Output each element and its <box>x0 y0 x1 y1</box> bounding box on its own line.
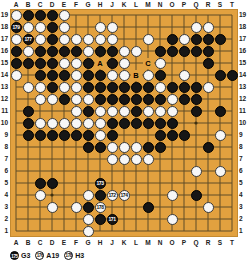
coordinate-label: 6 <box>0 165 9 177</box>
black-stone <box>155 46 166 57</box>
white-stone <box>71 82 82 93</box>
move-number-label: 173 <box>96 179 105 188</box>
coordinate-label: N <box>154 1 166 9</box>
coordinate-label: F <box>70 239 82 247</box>
black-stone <box>83 70 94 81</box>
black-stone <box>47 22 58 33</box>
black-stone <box>35 178 46 189</box>
move-badge-white-icon: 178 <box>64 251 73 260</box>
black-stone <box>107 58 118 69</box>
black-stone <box>11 58 22 69</box>
black-stone <box>131 94 142 105</box>
coordinate-label: 11 <box>238 105 247 117</box>
white-stone <box>83 226 94 237</box>
coordinate-label: 13 <box>0 81 9 93</box>
black-stone <box>83 142 94 153</box>
white-stone <box>35 34 46 45</box>
coordinate-label: O <box>166 1 178 9</box>
black-stone <box>95 190 106 201</box>
coordinate-label: M <box>142 1 154 9</box>
white-stone <box>143 154 154 165</box>
coordinate-label: 14 <box>238 69 247 81</box>
coordinate-label: 8 <box>238 141 247 153</box>
coordinate-label: 17 <box>0 33 9 45</box>
black-stone <box>35 46 46 57</box>
white-stone <box>155 106 166 117</box>
move-number-label: 174 <box>120 191 129 200</box>
black-stone <box>191 34 202 45</box>
black-stone <box>59 94 70 105</box>
white-stone <box>83 214 94 225</box>
white-stone <box>35 94 46 105</box>
white-stone <box>23 46 34 57</box>
black-stone <box>179 46 190 57</box>
black-stone <box>47 58 58 69</box>
coordinate-label: M <box>142 239 154 247</box>
white-stone <box>59 82 70 93</box>
black-stone <box>95 70 106 81</box>
black-stone <box>227 70 238 81</box>
black-stone: 173 <box>95 178 106 189</box>
coordinate-label: K <box>118 239 130 247</box>
coordinate-label: 2 <box>0 213 9 225</box>
white-stone <box>83 118 94 129</box>
white-stone <box>107 142 118 153</box>
black-stone <box>47 34 58 45</box>
coordinate-label: L <box>130 239 142 247</box>
black-stone <box>23 58 34 69</box>
black-stone <box>203 46 214 57</box>
point-letter-label: B <box>131 70 142 81</box>
black-stone <box>23 118 34 129</box>
white-stone <box>215 130 226 141</box>
white-stone <box>95 106 106 117</box>
white-stone <box>203 202 214 213</box>
coordinate-label: 6 <box>238 165 247 177</box>
black-stone: 171 <box>107 214 118 225</box>
black-stone <box>59 130 70 141</box>
coordinate-label: 9 <box>238 129 247 141</box>
coordinate-label: 12 <box>0 93 9 105</box>
coordinate-label: J <box>106 1 118 9</box>
white-stone <box>11 10 22 21</box>
coordinate-label: L <box>130 1 142 9</box>
white-stone <box>71 106 82 117</box>
coordinate-label: A <box>10 1 22 9</box>
hoshi-point <box>194 121 197 124</box>
white-stone <box>59 10 70 21</box>
coordinate-label: 16 <box>0 45 9 57</box>
black-stone <box>179 82 190 93</box>
coordinate-label: 8 <box>0 141 9 153</box>
black-stone <box>155 118 166 129</box>
white-stone <box>131 154 142 165</box>
white-stone <box>95 130 106 141</box>
white-stone <box>23 82 34 93</box>
move-coordinate: H3 <box>75 252 84 259</box>
black-stone <box>155 130 166 141</box>
black-stone <box>47 130 58 141</box>
coordinate-label: 12 <box>238 93 247 105</box>
coordinate-label: 14 <box>0 69 9 81</box>
black-stone <box>95 142 106 153</box>
coordinate-label: P <box>178 1 190 9</box>
black-stone <box>119 118 130 129</box>
white-stone: 174 <box>119 190 130 201</box>
white-stone <box>119 154 130 165</box>
black-stone <box>143 82 154 93</box>
white-stone <box>35 22 46 33</box>
coordinate-label: Q <box>190 239 202 247</box>
coordinate-label: C <box>34 239 46 247</box>
black-stone <box>107 118 118 129</box>
black-stone <box>23 130 34 141</box>
white-stone <box>71 70 82 81</box>
white-stone <box>95 22 106 33</box>
coordinate-label: S <box>214 239 226 247</box>
white-stone <box>83 94 94 105</box>
row-labels-left: 19181716151413121110987654321 <box>0 9 9 237</box>
coordinate-label: D <box>46 1 58 9</box>
white-stone <box>155 58 166 69</box>
coordinate-label: F <box>70 1 82 9</box>
black-stone <box>23 106 34 117</box>
black-stone <box>23 10 34 21</box>
white-stone <box>107 106 118 117</box>
black-stone <box>215 34 226 45</box>
coordinate-label: A <box>10 239 22 247</box>
coordinate-label: 17 <box>238 33 247 45</box>
white-stone <box>47 94 58 105</box>
white-stone <box>95 34 106 45</box>
black-stone <box>191 106 202 117</box>
black-stone <box>47 70 58 81</box>
black-stone <box>131 82 142 93</box>
coordinate-label: P <box>178 239 190 247</box>
coordinate-label: 5 <box>238 177 247 189</box>
white-stone <box>11 70 22 81</box>
column-labels-top: ABCDEFGHJKLMNOPQRST <box>10 1 238 9</box>
white-stone <box>179 34 190 45</box>
coordinate-label: N <box>154 239 166 247</box>
white-stone <box>131 142 142 153</box>
black-stone <box>95 46 106 57</box>
black-stone <box>215 106 226 117</box>
white-stone <box>167 106 178 117</box>
white-stone <box>131 46 142 57</box>
move-number-label: 172 <box>108 191 117 200</box>
white-stone <box>191 166 202 177</box>
black-stone <box>35 70 46 81</box>
white-stone <box>167 94 178 105</box>
black-stone <box>107 94 118 105</box>
coordinate-label: Q <box>190 1 202 9</box>
black-stone <box>107 130 118 141</box>
black-stone <box>191 46 202 57</box>
black-stone <box>191 94 202 105</box>
black-stone <box>107 82 118 93</box>
white-stone <box>11 34 22 45</box>
move-badge-black-icon: 175 <box>10 251 19 260</box>
coordinate-label: H <box>94 239 106 247</box>
white-stone <box>71 34 82 45</box>
white-stone <box>83 190 94 201</box>
coordinate-label: 15 <box>238 57 247 69</box>
black-stone <box>11 46 22 57</box>
white-stone <box>155 82 166 93</box>
coordinate-label: 13 <box>238 81 247 93</box>
coordinate-label: 10 <box>0 117 9 129</box>
black-stone <box>95 214 106 225</box>
white-stone <box>203 22 214 33</box>
black-stone <box>83 58 94 69</box>
black-stone <box>35 58 46 69</box>
white-stone <box>23 22 34 33</box>
black-stone <box>167 34 178 45</box>
white-stone <box>179 70 190 81</box>
black-stone <box>155 94 166 105</box>
black-stone <box>155 142 166 153</box>
white-stone: 178 <box>95 202 106 213</box>
coordinate-label: 3 <box>238 201 247 213</box>
black-stone <box>191 190 202 201</box>
coordinate-label: B <box>22 1 34 9</box>
black-stone <box>167 82 178 93</box>
black-stone <box>47 46 58 57</box>
white-stone <box>83 46 94 57</box>
white-stone <box>203 82 214 93</box>
move-number-label: 178 <box>96 203 105 212</box>
black-stone: 179 <box>11 22 22 33</box>
coordinate-label: 4 <box>0 189 9 201</box>
black-stone <box>179 94 190 105</box>
caption: 175 G3 176 A19 178 H3 <box>10 249 89 262</box>
white-stone <box>35 82 46 93</box>
row-labels-right: 19181716151413121110987654321 <box>238 9 247 237</box>
white-stone <box>35 190 46 201</box>
column-labels-bottom: ABCDEFGHJKLMNOPQRST <box>10 239 238 247</box>
black-stone <box>119 82 130 93</box>
black-stone <box>131 118 142 129</box>
white-stone <box>143 34 154 45</box>
white-stone <box>47 202 58 213</box>
white-stone <box>143 70 154 81</box>
white-stone <box>119 106 130 117</box>
coordinate-label: K <box>118 1 130 9</box>
coordinate-label: 3 <box>0 201 9 213</box>
white-stone <box>143 106 154 117</box>
black-stone <box>203 34 214 45</box>
coordinate-label: R <box>202 1 214 9</box>
black-stone <box>71 46 82 57</box>
move-coordinate: G3 <box>21 252 30 259</box>
coordinate-label: 7 <box>238 153 247 165</box>
black-stone <box>203 58 214 69</box>
black-stone <box>155 70 166 81</box>
coordinate-label: H <box>94 1 106 9</box>
white-stone <box>119 46 130 57</box>
white-stone <box>59 22 70 33</box>
black-stone <box>83 106 94 117</box>
coordinate-label: 18 <box>238 21 247 33</box>
black-stone <box>47 10 58 21</box>
black-stone <box>131 106 142 117</box>
white-stone <box>71 94 82 105</box>
move-number-label: 179 <box>12 23 21 32</box>
coordinate-label: G <box>82 1 94 9</box>
black-stone <box>167 130 178 141</box>
white-stone <box>119 58 130 69</box>
coordinate-label: 1 <box>0 225 9 237</box>
coordinate-label: 7 <box>0 153 9 165</box>
white-stone <box>71 118 82 129</box>
black-stone <box>59 46 70 57</box>
coordinate-label: E <box>58 1 70 9</box>
white-stone <box>107 34 118 45</box>
white-stone <box>59 58 70 69</box>
white-stone <box>167 214 178 225</box>
white-stone <box>191 22 202 33</box>
white-stone <box>107 70 118 81</box>
white-stone <box>71 202 82 213</box>
move-coordinate: A19 <box>46 252 59 259</box>
black-stone <box>119 94 130 105</box>
white-stone: 172 <box>107 190 118 201</box>
point-letter-label: C <box>143 58 154 69</box>
coordinate-label: J <box>106 239 118 247</box>
black-stone <box>143 202 154 213</box>
white-stone <box>47 118 58 129</box>
black-stone: 177 <box>23 34 34 45</box>
coordinate-label: O <box>166 239 178 247</box>
coordinate-label: 1 <box>238 225 247 237</box>
black-stone <box>59 70 70 81</box>
white-stone <box>95 118 106 129</box>
coordinate-label: E <box>58 239 70 247</box>
move-number-label: 171 <box>108 215 117 224</box>
black-stone <box>143 94 154 105</box>
white-stone <box>59 34 70 45</box>
black-stone <box>107 46 118 57</box>
move-number-label: 177 <box>24 35 33 44</box>
black-stone <box>167 118 178 129</box>
black-stone <box>83 202 94 213</box>
black-stone <box>179 130 190 141</box>
coordinate-label: D <box>46 239 58 247</box>
go-diagram: ABCDEFGHJKLMNOPQRST 19181716151413121110… <box>0 0 247 265</box>
coordinate-label: 19 <box>0 9 9 21</box>
coordinate-label: 15 <box>0 57 9 69</box>
black-stone <box>143 118 154 129</box>
white-stone <box>119 142 130 153</box>
white-stone <box>35 118 46 129</box>
black-stone <box>215 70 226 81</box>
black-stone <box>95 94 106 105</box>
black-stone <box>47 178 58 189</box>
coordinate-label: T <box>226 239 238 247</box>
coordinate-label: 18 <box>0 21 9 33</box>
black-stone <box>203 142 214 153</box>
coordinate-label: B <box>22 239 34 247</box>
coordinate-label: 5 <box>0 177 9 189</box>
black-stone <box>167 46 178 57</box>
coordinate-label: R <box>202 239 214 247</box>
coordinate-label: 19 <box>238 9 247 21</box>
white-stone <box>59 118 70 129</box>
white-stone <box>83 34 94 45</box>
coordinate-label: T <box>226 1 238 9</box>
white-stone <box>119 70 130 81</box>
black-stone <box>83 82 94 93</box>
move-badge-white-icon: 176 <box>35 251 44 260</box>
white-stone <box>167 190 178 201</box>
coordinate-label: G <box>82 239 94 247</box>
black-stone <box>71 130 82 141</box>
coordinate-label: 2 <box>238 213 247 225</box>
coordinate-label: 9 <box>0 129 9 141</box>
coordinate-label: 4 <box>238 189 247 201</box>
coordinate-label: 10 <box>238 117 247 129</box>
white-stone <box>107 154 118 165</box>
black-stone <box>35 130 46 141</box>
black-stone <box>47 82 58 93</box>
black-stone <box>83 130 94 141</box>
black-stone <box>95 82 106 93</box>
coordinate-label: C <box>34 1 46 9</box>
goban[interactable]: 179177173172174178171ACB <box>10 9 238 237</box>
white-stone <box>107 22 118 33</box>
black-stone <box>143 142 154 153</box>
coordinate-label: 16 <box>238 45 247 57</box>
black-stone <box>191 82 202 93</box>
black-stone <box>35 10 46 21</box>
point-letter-label: A <box>95 58 106 69</box>
hoshi-point <box>50 193 53 196</box>
coordinate-label: S <box>214 1 226 9</box>
white-stone <box>215 166 226 177</box>
white-stone <box>71 58 82 69</box>
coordinate-label: 11 <box>0 105 9 117</box>
